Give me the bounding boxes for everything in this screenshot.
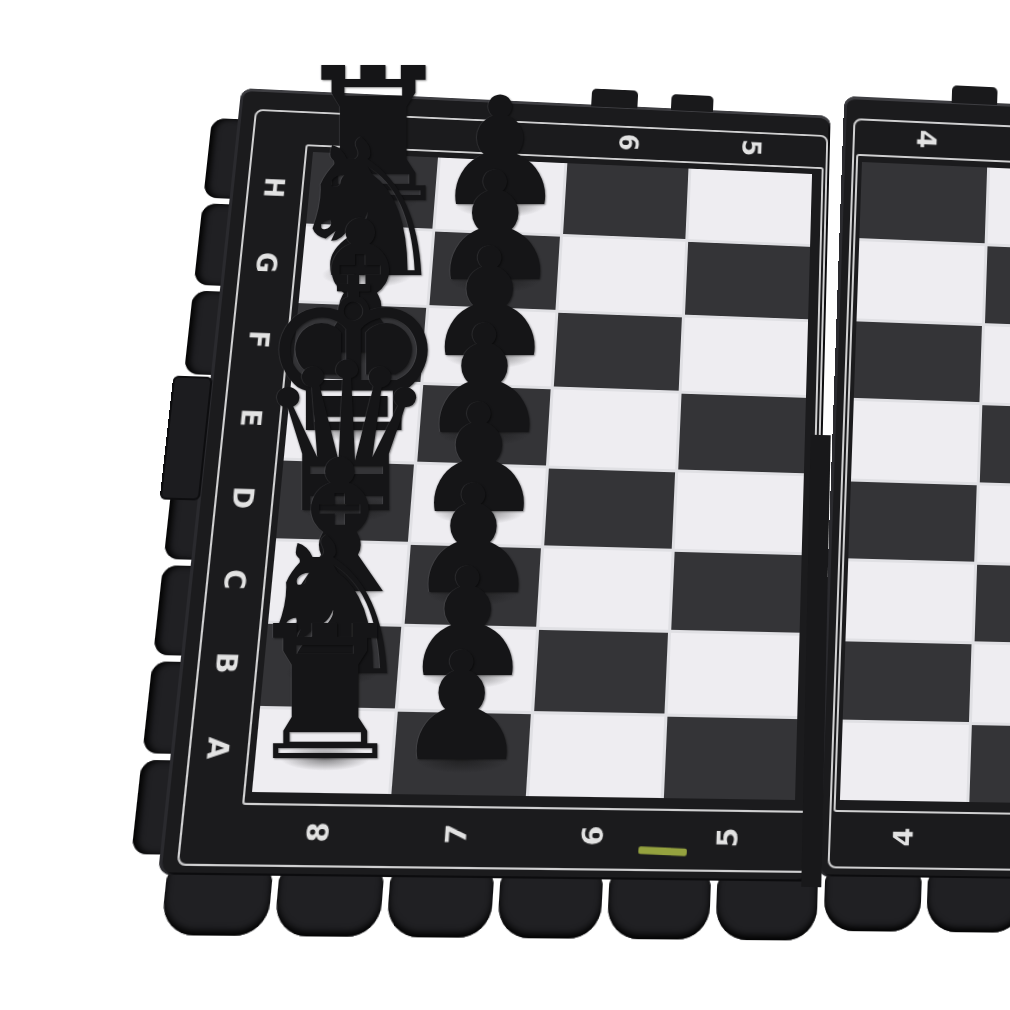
square-c6: [539, 548, 672, 630]
rank-label-top: 6: [615, 133, 642, 151]
square-b3: [972, 645, 1010, 725]
square-a4: [840, 722, 969, 802]
frame-scallop-bottom: [823, 870, 922, 932]
rank-label-top: 5: [739, 139, 765, 157]
piece-black-pawn: ♟: [395, 632, 529, 782]
squares-grid: [840, 162, 1010, 808]
piece-black-rook: ♜: [242, 602, 408, 787]
frame-scallop-bottom: [926, 872, 1010, 933]
file-label: B: [211, 652, 242, 674]
square-c4: [846, 561, 974, 641]
square-d4: [848, 481, 976, 562]
frame-scallop-bottom: [386, 870, 495, 937]
square-b6: [534, 630, 669, 713]
hinge-tab: [952, 85, 998, 105]
square-h5: [689, 169, 813, 245]
square-d3: [977, 485, 1010, 565]
square-c3: [974, 565, 1010, 645]
square-g4: [857, 241, 985, 322]
square-d5: [675, 472, 804, 552]
rank-label-bottom: 5: [713, 827, 742, 848]
frame-scallop-bottom: [497, 872, 604, 939]
square-e4: [851, 401, 979, 482]
square-a5: [664, 716, 797, 800]
square-b4: [843, 642, 972, 722]
square-g3: [985, 247, 1010, 328]
square-f6: [553, 313, 682, 391]
square-a3: [969, 725, 1010, 804]
hinge-tab: [591, 88, 638, 108]
square-f3: [982, 326, 1010, 407]
board-right-half: 44: [814, 72, 1010, 956]
rank-label-bottom: 4: [889, 827, 917, 846]
rank-label-bottom: 8: [302, 822, 333, 843]
square-f4: [854, 321, 982, 402]
square-e6: [549, 389, 679, 468]
square-c5: [671, 552, 801, 633]
square-e5: [678, 394, 805, 473]
square-f5: [682, 317, 808, 395]
frame-scallop-bottom: [160, 868, 273, 936]
square-g6: [558, 237, 685, 314]
file-label: A: [202, 737, 234, 760]
rank-label-bottom: 6: [578, 825, 608, 846]
square-e3: [980, 405, 1010, 485]
hinge-tab: [671, 94, 714, 112]
square-h3: [987, 168, 1010, 249]
square-a6: [528, 714, 664, 798]
frame-scallop-bottom: [606, 873, 711, 940]
rank-label-top: 4: [913, 129, 940, 149]
square-g5: [685, 242, 810, 319]
frame-scallop-bottom: [274, 869, 385, 937]
product-photo: HGFEDCBA88776655 44 ♜♟♞♟♝♟♚♟♛♟♝♟♞♟♜♟: [0, 0, 1010, 1010]
rank-label-bottom: 7: [441, 824, 471, 845]
square-h6: [563, 163, 689, 239]
square-h4: [859, 162, 987, 244]
square-b5: [668, 633, 800, 715]
square-d6: [544, 468, 676, 549]
